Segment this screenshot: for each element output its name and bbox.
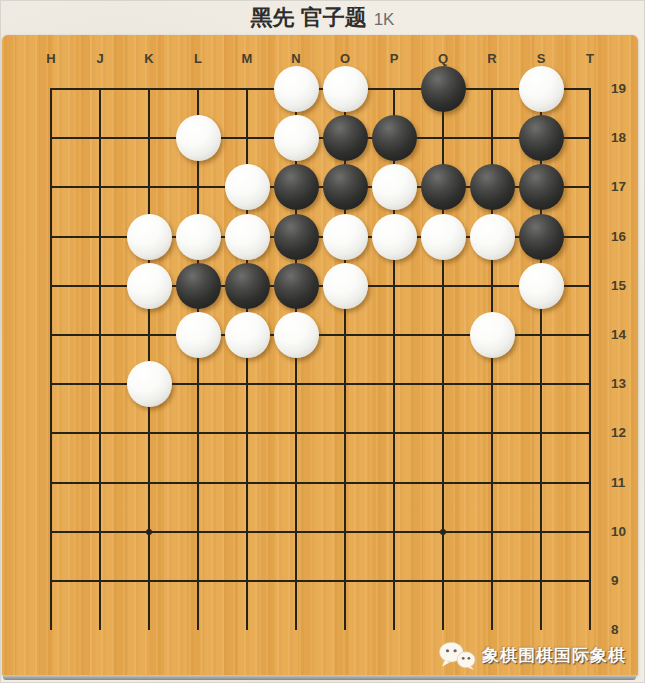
column-label: R: [479, 51, 505, 67]
white-stone[interactable]: ○: [176, 312, 221, 358]
row-label: 12: [611, 425, 641, 441]
white-stone[interactable]: ○: [470, 312, 515, 358]
black-stone[interactable]: ●: [421, 66, 466, 112]
grid-horizontal-line: [50, 580, 591, 582]
star-point: [440, 529, 446, 535]
grid-horizontal-line: [50, 88, 591, 90]
column-label: N: [283, 51, 309, 67]
grid-vertical-line: [589, 89, 591, 630]
grid-vertical-line: [148, 89, 150, 630]
watermark-text: 象棋围棋国际象棋: [482, 644, 626, 667]
row-label: 14: [611, 327, 641, 343]
row-label: 10: [611, 524, 641, 540]
white-stone[interactable]: ○: [421, 214, 466, 260]
row-label: 11: [611, 475, 641, 491]
white-stone[interactable]: ○: [176, 115, 221, 161]
black-stone[interactable]: ●: [519, 164, 564, 210]
white-stone[interactable]: ○: [274, 115, 319, 161]
black-stone[interactable]: ●: [274, 164, 319, 210]
row-label: 9: [611, 573, 641, 589]
white-stone[interactable]: ○: [519, 263, 564, 309]
puzzle-title: 黑先 官子题: [251, 1, 367, 35]
puzzle-level-badge: 1K: [374, 7, 395, 30]
white-stone[interactable]: ○: [127, 214, 172, 260]
column-label: Q: [430, 51, 456, 67]
black-stone[interactable]: ●: [519, 115, 564, 161]
grid-horizontal-line: [50, 482, 591, 484]
black-stone[interactable]: ●: [176, 263, 221, 309]
column-label: S: [528, 51, 554, 67]
board-bottom-edge: [3, 675, 636, 680]
white-stone[interactable]: ○: [372, 214, 417, 260]
column-label: O: [332, 51, 358, 67]
white-stone[interactable]: ○: [274, 312, 319, 358]
column-label: J: [87, 51, 113, 67]
black-stone[interactable]: ●: [323, 115, 368, 161]
column-label: L: [185, 51, 211, 67]
white-stone[interactable]: ○: [519, 66, 564, 112]
white-stone[interactable]: ○: [372, 164, 417, 210]
white-stone[interactable]: ○: [323, 66, 368, 112]
column-label: T: [577, 51, 603, 67]
black-stone[interactable]: ●: [225, 263, 270, 309]
black-stone[interactable]: ●: [274, 214, 319, 260]
white-stone[interactable]: ○: [176, 214, 221, 260]
row-label: 18: [611, 130, 641, 146]
grid-horizontal-line: [50, 432, 591, 434]
row-label: 16: [611, 229, 641, 245]
column-label: K: [136, 51, 162, 67]
page-header: 黑先 官子题 1K: [1, 1, 644, 35]
white-stone[interactable]: ○: [323, 263, 368, 309]
white-stone[interactable]: ○: [225, 164, 270, 210]
wechat-chat-bubbles-icon: [438, 641, 476, 670]
black-stone[interactable]: ●: [323, 164, 368, 210]
black-stone[interactable]: ●: [470, 164, 515, 210]
white-stone[interactable]: ○: [274, 66, 319, 112]
black-stone[interactable]: ●: [372, 115, 417, 161]
white-stone[interactable]: ○: [127, 263, 172, 309]
white-stone[interactable]: ○: [470, 214, 515, 260]
white-stone[interactable]: ○: [127, 361, 172, 407]
black-stone[interactable]: ●: [519, 214, 564, 260]
grid-vertical-line: [197, 89, 199, 630]
row-label: 15: [611, 278, 641, 294]
black-stone[interactable]: ●: [421, 164, 466, 210]
app-window: 黑先 官子题 1K HJKLMNOPQRST191817161514131211…: [0, 0, 645, 683]
column-label: H: [38, 51, 64, 67]
grid-vertical-line: [50, 89, 52, 630]
row-label: 17: [611, 179, 641, 195]
star-point: [146, 529, 152, 535]
white-stone[interactable]: ○: [225, 214, 270, 260]
row-label: 19: [611, 81, 641, 97]
white-stone[interactable]: ○: [323, 214, 368, 260]
go-board[interactable]: HJKLMNOPQRST1918171615141312111098●●●●●●…: [2, 35, 638, 676]
column-label: M: [234, 51, 260, 67]
white-stone[interactable]: ○: [225, 312, 270, 358]
column-label: P: [381, 51, 407, 67]
watermark: 象棋围棋国际象棋: [438, 641, 626, 669]
black-stone[interactable]: ●: [274, 263, 319, 309]
grid-horizontal-line: [50, 137, 591, 139]
grid-horizontal-line: [50, 531, 591, 533]
row-label: 8: [611, 622, 641, 638]
grid-vertical-line: [99, 89, 101, 630]
row-label: 13: [611, 376, 641, 392]
